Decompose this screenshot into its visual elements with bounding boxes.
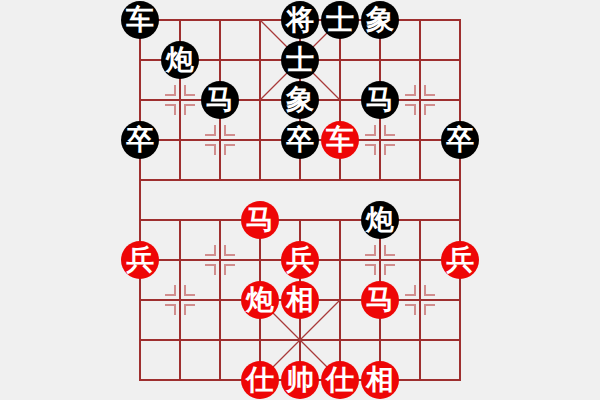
piece-red-soldier[interactable]: 兵: [281, 241, 319, 279]
piece-black-chariot[interactable]: 车: [121, 1, 159, 39]
piece-red-advisor[interactable]: 仕: [241, 361, 279, 399]
pieces-grid: 车将士象炮士马象马卒卒车卒马炮兵兵兵炮相马仕帅仕相: [120, 0, 480, 400]
piece-red-general[interactable]: 帅: [281, 361, 319, 399]
piece-black-soldier[interactable]: 卒: [441, 121, 479, 159]
piece-red-elephant[interactable]: 相: [361, 361, 399, 399]
piece-black-cannon[interactable]: 炮: [161, 41, 199, 79]
piece-black-horse[interactable]: 马: [361, 81, 399, 119]
piece-red-horse[interactable]: 马: [361, 281, 399, 319]
piece-black-general[interactable]: 将: [281, 1, 319, 39]
piece-black-elephant[interactable]: 象: [281, 81, 319, 119]
piece-red-advisor[interactable]: 仕: [321, 361, 359, 399]
piece-black-horse[interactable]: 马: [201, 81, 239, 119]
piece-red-elephant[interactable]: 相: [281, 281, 319, 319]
piece-red-cannon[interactable]: 炮: [241, 281, 279, 319]
piece-black-soldier[interactable]: 卒: [121, 121, 159, 159]
piece-black-elephant[interactable]: 象: [361, 1, 399, 39]
xiangqi-board: 车将士象炮士马象马卒卒车卒马炮兵兵兵炮相马仕帅仕相: [0, 0, 600, 400]
piece-black-soldier[interactable]: 卒: [281, 121, 319, 159]
piece-black-advisor[interactable]: 士: [321, 1, 359, 39]
piece-red-soldier[interactable]: 兵: [121, 241, 159, 279]
piece-red-horse[interactable]: 马: [241, 201, 279, 239]
piece-red-soldier[interactable]: 兵: [441, 241, 479, 279]
piece-black-cannon[interactable]: 炮: [361, 201, 399, 239]
piece-red-chariot[interactable]: 车: [321, 121, 359, 159]
piece-black-advisor[interactable]: 士: [281, 41, 319, 79]
